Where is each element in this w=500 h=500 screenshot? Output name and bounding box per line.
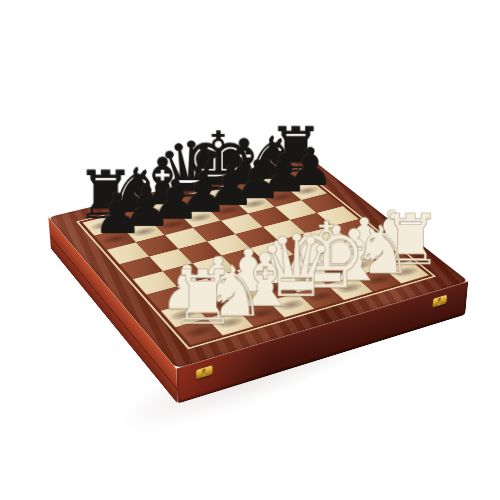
folding-chess-box: ♜♞♝♛♚♝♞♜♟♟♟♟♟♟♟♟♟♟♟♟♟♟♟♟♜♞♝♛♚♝♞♜: [48, 155, 468, 368]
chess-set-product-photo: ♜♞♝♛♚♝♞♜♟♟♟♟♟♟♟♟♟♟♟♟♟♟♟♟♜♞♝♛♚♝♞♜: [0, 0, 500, 500]
board-frame: ♜♞♝♛♚♝♞♜♟♟♟♟♟♟♟♟♟♟♟♟♟♟♟♟♜♞♝♛♚♝♞♜: [48, 155, 468, 368]
white-rook: ♜: [92, 261, 314, 336]
brass-clasp-icon: [432, 295, 447, 308]
square-a1: ♜: [175, 319, 222, 345]
brass-clasp-icon: [196, 365, 212, 379]
